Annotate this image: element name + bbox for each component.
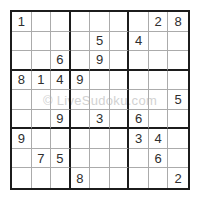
sudoku-grid: 12854698149593693475682 — [12, 12, 188, 188]
cell-r5c6[interactable] — [110, 90, 130, 110]
cell-r3c4[interactable] — [71, 51, 91, 71]
cell-r3c5[interactable]: 9 — [90, 51, 110, 71]
cell-r1c2[interactable] — [32, 12, 52, 32]
cell-r6c2[interactable] — [32, 110, 52, 130]
cell-r6c1[interactable] — [12, 110, 32, 130]
cell-r5c3[interactable] — [51, 90, 71, 110]
cell-r4c1[interactable]: 8 — [12, 71, 32, 91]
cell-r9c5[interactable] — [90, 168, 110, 188]
cell-r8c6[interactable] — [110, 149, 130, 169]
cell-r3c6[interactable] — [110, 51, 130, 71]
cell-r7c9[interactable] — [168, 129, 188, 149]
cell-r2c4[interactable] — [71, 32, 91, 52]
cell-r7c2[interactable] — [32, 129, 52, 149]
cell-r8c8[interactable]: 6 — [149, 149, 169, 169]
cell-r5c9[interactable]: 5 — [168, 90, 188, 110]
cell-r2c7[interactable]: 4 — [129, 32, 149, 52]
cell-r8c2[interactable]: 7 — [32, 149, 52, 169]
cell-r7c5[interactable] — [90, 129, 110, 149]
cell-r9c6[interactable] — [110, 168, 130, 188]
cell-r7c8[interactable]: 4 — [149, 129, 169, 149]
cell-r8c4[interactable] — [71, 149, 91, 169]
cell-r5c8[interactable] — [149, 90, 169, 110]
cell-r8c9[interactable] — [168, 149, 188, 169]
cell-r3c1[interactable] — [12, 51, 32, 71]
cell-r2c8[interactable] — [149, 32, 169, 52]
cell-r1c4[interactable] — [71, 12, 91, 32]
cell-r8c7[interactable] — [129, 149, 149, 169]
cell-r3c2[interactable] — [32, 51, 52, 71]
cell-r4c6[interactable] — [110, 71, 130, 91]
cell-r7c6[interactable] — [110, 129, 130, 149]
cell-r1c9[interactable]: 8 — [168, 12, 188, 32]
cell-r3c9[interactable] — [168, 51, 188, 71]
cell-r4c9[interactable] — [168, 71, 188, 91]
cell-r1c8[interactable]: 2 — [149, 12, 169, 32]
cell-r9c9[interactable]: 2 — [168, 168, 188, 188]
cell-r1c5[interactable] — [90, 12, 110, 32]
cell-r2c5[interactable]: 5 — [90, 32, 110, 52]
cell-r2c1[interactable] — [12, 32, 32, 52]
cell-r8c3[interactable]: 5 — [51, 149, 71, 169]
sudoku-puzzle-image: © LiveSudoku.com 12854698149593693475682 — [0, 0, 200, 200]
cell-r9c3[interactable] — [51, 168, 71, 188]
cell-r4c4[interactable]: 9 — [71, 71, 91, 91]
cell-r1c6[interactable] — [110, 12, 130, 32]
cell-r6c5[interactable]: 3 — [90, 110, 110, 130]
cell-r5c5[interactable] — [90, 90, 110, 110]
cell-r4c2[interactable]: 1 — [32, 71, 52, 91]
cell-r8c1[interactable] — [12, 149, 32, 169]
cell-r7c1[interactable]: 9 — [12, 129, 32, 149]
cell-r5c4[interactable] — [71, 90, 91, 110]
cell-r1c1[interactable]: 1 — [12, 12, 32, 32]
cell-r5c1[interactable] — [12, 90, 32, 110]
cell-r2c6[interactable] — [110, 32, 130, 52]
cell-r2c9[interactable] — [168, 32, 188, 52]
cell-r9c4[interactable]: 8 — [71, 168, 91, 188]
cell-r1c7[interactable] — [129, 12, 149, 32]
cell-r3c7[interactable] — [129, 51, 149, 71]
cell-r7c4[interactable] — [71, 129, 91, 149]
cell-r4c5[interactable] — [90, 71, 110, 91]
sudoku-board: © LiveSudoku.com 12854698149593693475682 — [10, 10, 190, 190]
cell-r6c8[interactable] — [149, 110, 169, 130]
cell-r2c3[interactable] — [51, 32, 71, 52]
cell-r9c1[interactable] — [12, 168, 32, 188]
cell-r7c3[interactable] — [51, 129, 71, 149]
cell-r3c3[interactable]: 6 — [51, 51, 71, 71]
cell-r6c7[interactable]: 6 — [129, 110, 149, 130]
cell-r6c4[interactable] — [71, 110, 91, 130]
cell-r8c5[interactable] — [90, 149, 110, 169]
cell-r6c6[interactable] — [110, 110, 130, 130]
cell-r9c8[interactable] — [149, 168, 169, 188]
cell-r4c7[interactable] — [129, 71, 149, 91]
cell-r6c9[interactable] — [168, 110, 188, 130]
cell-r1c3[interactable] — [51, 12, 71, 32]
cell-r2c2[interactable] — [32, 32, 52, 52]
cell-r5c7[interactable] — [129, 90, 149, 110]
cell-r6c3[interactable]: 9 — [51, 110, 71, 130]
cell-r4c8[interactable] — [149, 71, 169, 91]
cell-r4c3[interactable]: 4 — [51, 71, 71, 91]
cell-r9c2[interactable] — [32, 168, 52, 188]
cell-r5c2[interactable] — [32, 90, 52, 110]
cell-r7c7[interactable]: 3 — [129, 129, 149, 149]
cell-r3c8[interactable] — [149, 51, 169, 71]
cell-r9c7[interactable] — [129, 168, 149, 188]
